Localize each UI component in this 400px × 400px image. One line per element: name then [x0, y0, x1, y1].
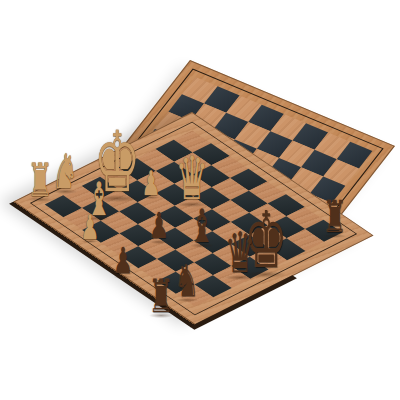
product-photo-scene: ♜♞♝♚♟♛♟♟♝♟♞♜♛♚♜: [0, 0, 400, 400]
